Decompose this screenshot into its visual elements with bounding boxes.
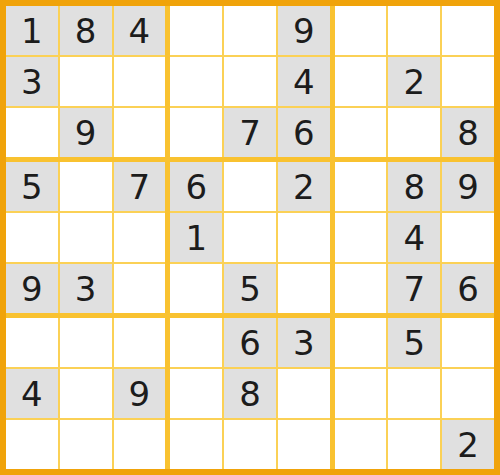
cell-r1c9[interactable] [442, 6, 494, 55]
cell-r6c4[interactable] [170, 264, 222, 313]
cell-r5c3[interactable] [114, 213, 166, 262]
cell-r5c2[interactable] [60, 213, 112, 262]
sudoku-board: 1843994762857936215894764963852 [0, 0, 500, 475]
block-6: 89476 [335, 162, 494, 313]
cell-r1c5[interactable] [224, 6, 276, 55]
cell-r3c4[interactable] [170, 108, 222, 157]
cell-r1c6[interactable]: 9 [278, 6, 330, 55]
block-9: 52 [335, 318, 494, 469]
cell-r6c9[interactable]: 6 [442, 264, 494, 313]
cell-r5c7[interactable] [335, 213, 387, 262]
cell-r8c8[interactable] [388, 369, 440, 418]
cell-r7c6[interactable]: 3 [278, 318, 330, 367]
cell-r7c8[interactable]: 5 [388, 318, 440, 367]
cell-r6c1[interactable]: 9 [6, 264, 58, 313]
cell-r8c4[interactable] [170, 369, 222, 418]
cell-r8c9[interactable] [442, 369, 494, 418]
cell-r9c6[interactable] [278, 420, 330, 469]
cell-r3c3[interactable] [114, 108, 166, 157]
cell-r6c8[interactable]: 7 [388, 264, 440, 313]
cell-r3c6[interactable]: 6 [278, 108, 330, 157]
cell-r8c7[interactable] [335, 369, 387, 418]
cell-r4c5[interactable] [224, 162, 276, 211]
cell-r9c1[interactable] [6, 420, 58, 469]
cell-r9c3[interactable] [114, 420, 166, 469]
cell-r8c1[interactable]: 4 [6, 369, 58, 418]
cell-r5c5[interactable] [224, 213, 276, 262]
cell-r6c5[interactable]: 5 [224, 264, 276, 313]
cell-r5c8[interactable]: 4 [388, 213, 440, 262]
cell-r7c5[interactable]: 6 [224, 318, 276, 367]
cell-r9c5[interactable] [224, 420, 276, 469]
block-8: 638 [170, 318, 329, 469]
cell-r5c1[interactable] [6, 213, 58, 262]
cell-r9c2[interactable] [60, 420, 112, 469]
cell-r5c4[interactable]: 1 [170, 213, 222, 262]
block-2: 9476 [170, 6, 329, 157]
cell-r2c6[interactable]: 4 [278, 57, 330, 106]
cell-r4c4[interactable]: 6 [170, 162, 222, 211]
block-1: 18439 [6, 6, 165, 157]
cell-r6c6[interactable] [278, 264, 330, 313]
cell-r5c6[interactable] [278, 213, 330, 262]
cell-r6c7[interactable] [335, 264, 387, 313]
cell-r6c3[interactable] [114, 264, 166, 313]
block-5: 6215 [170, 162, 329, 313]
cell-r9c8[interactable] [388, 420, 440, 469]
cell-r4c2[interactable] [60, 162, 112, 211]
cell-r4c6[interactable]: 2 [278, 162, 330, 211]
cell-r4c9[interactable]: 9 [442, 162, 494, 211]
cell-r7c1[interactable] [6, 318, 58, 367]
cell-r6c2[interactable]: 3 [60, 264, 112, 313]
cell-r9c7[interactable] [335, 420, 387, 469]
cell-r2c8[interactable]: 2 [388, 57, 440, 106]
cell-r7c2[interactable] [60, 318, 112, 367]
cell-r3c7[interactable] [335, 108, 387, 157]
cell-r2c7[interactable] [335, 57, 387, 106]
block-7: 49 [6, 318, 165, 469]
cell-r5c9[interactable] [442, 213, 494, 262]
cell-r8c3[interactable]: 9 [114, 369, 166, 418]
cell-r3c9[interactable]: 8 [442, 108, 494, 157]
cell-r3c8[interactable] [388, 108, 440, 157]
cell-r9c9[interactable]: 2 [442, 420, 494, 469]
cell-r7c9[interactable] [442, 318, 494, 367]
cell-r1c7[interactable] [335, 6, 387, 55]
cell-r7c3[interactable] [114, 318, 166, 367]
cell-r1c2[interactable]: 8 [60, 6, 112, 55]
cell-r2c3[interactable] [114, 57, 166, 106]
cell-r1c1[interactable]: 1 [6, 6, 58, 55]
block-3: 28 [335, 6, 494, 157]
cell-r4c7[interactable] [335, 162, 387, 211]
cell-r3c5[interactable]: 7 [224, 108, 276, 157]
cell-r3c2[interactable]: 9 [60, 108, 112, 157]
cell-r2c4[interactable] [170, 57, 222, 106]
cell-r4c8[interactable]: 8 [388, 162, 440, 211]
cell-r8c5[interactable]: 8 [224, 369, 276, 418]
cell-r2c2[interactable] [60, 57, 112, 106]
cell-r7c4[interactable] [170, 318, 222, 367]
cell-r3c1[interactable] [6, 108, 58, 157]
cell-r4c3[interactable]: 7 [114, 162, 166, 211]
block-4: 5793 [6, 162, 165, 313]
cell-r4c1[interactable]: 5 [6, 162, 58, 211]
cell-r8c6[interactable] [278, 369, 330, 418]
cell-r7c7[interactable] [335, 318, 387, 367]
cell-r2c1[interactable]: 3 [6, 57, 58, 106]
cell-r2c5[interactable] [224, 57, 276, 106]
cell-r8c2[interactable] [60, 369, 112, 418]
cell-r2c9[interactable] [442, 57, 494, 106]
cell-r1c4[interactable] [170, 6, 222, 55]
cell-r1c8[interactable] [388, 6, 440, 55]
cell-r1c3[interactable]: 4 [114, 6, 166, 55]
cell-r9c4[interactable] [170, 420, 222, 469]
